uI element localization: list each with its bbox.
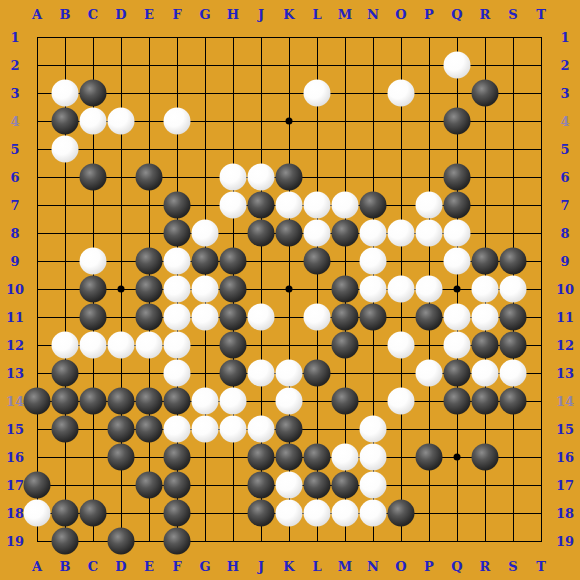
coord-label-top-L: L (312, 7, 321, 22)
coord-label-top-T: T (536, 7, 546, 22)
star-point-D10 (118, 286, 125, 293)
stone-white-P13[interactable] (416, 360, 443, 387)
stone-white-M18[interactable] (332, 500, 359, 527)
stone-white-D4[interactable] (108, 108, 135, 135)
coord-label-bottom-E: E (144, 559, 154, 574)
stone-black-E14[interactable] (136, 388, 163, 415)
coord-label-right-10: 10 (556, 282, 574, 297)
stone-black-D16[interactable] (108, 444, 135, 471)
stone-black-E10[interactable] (136, 276, 163, 303)
stone-white-G8[interactable] (192, 220, 219, 247)
coord-label-bottom-N: N (367, 559, 379, 574)
coord-label-left-9: 9 (10, 254, 19, 269)
stone-white-F10[interactable] (164, 276, 191, 303)
coord-label-top-O: O (395, 7, 406, 22)
stone-black-C18[interactable] (80, 500, 107, 527)
coord-label-left-13: 13 (6, 366, 24, 381)
stone-black-F7[interactable] (164, 192, 191, 219)
stone-black-B13[interactable] (52, 360, 79, 387)
coord-label-bottom-D: D (115, 559, 126, 574)
stone-black-F18[interactable] (164, 500, 191, 527)
coord-label-right-11: 11 (556, 310, 574, 325)
stone-black-D14[interactable] (108, 388, 135, 415)
stone-white-O8[interactable] (388, 220, 415, 247)
coord-label-bottom-S: S (508, 559, 517, 574)
stone-white-B5[interactable] (52, 136, 79, 163)
stone-black-F8[interactable] (164, 220, 191, 247)
stone-white-L3[interactable] (304, 80, 331, 107)
stone-white-N15[interactable] (360, 416, 387, 443)
coord-label-left-4: 4 (10, 114, 19, 129)
stone-black-L9[interactable] (304, 248, 331, 275)
coord-label-right-5: 5 (560, 142, 569, 157)
stone-black-R16[interactable] (472, 444, 499, 471)
stone-black-C10[interactable] (80, 276, 107, 303)
coord-label-left-15: 15 (6, 422, 24, 437)
coord-label-bottom-R: R (480, 559, 491, 574)
stone-black-F19[interactable] (164, 528, 191, 555)
stone-black-A17[interactable] (24, 472, 51, 499)
stone-white-F11[interactable] (164, 304, 191, 331)
stone-black-C11[interactable] (80, 304, 107, 331)
stone-black-H9[interactable] (220, 248, 247, 275)
coord-label-left-5: 5 (10, 142, 19, 157)
stone-white-Q2[interactable] (444, 52, 471, 79)
coord-label-left-3: 3 (10, 86, 19, 101)
coord-label-right-3: 3 (560, 86, 569, 101)
coord-label-bottom-O: O (395, 559, 406, 574)
stone-black-H13[interactable] (220, 360, 247, 387)
stone-black-M11[interactable] (332, 304, 359, 331)
stone-black-M12[interactable] (332, 332, 359, 359)
stone-white-K13[interactable] (276, 360, 303, 387)
stone-white-E12[interactable] (136, 332, 163, 359)
coord-label-bottom-B: B (60, 559, 71, 574)
coord-label-bottom-F: F (172, 559, 181, 574)
go-board[interactable]: AABBCCDDEEFFGGHHJJKKLLMMNNOOPPQQRRSSTT11… (0, 0, 580, 580)
stone-white-N10[interactable] (360, 276, 387, 303)
stone-white-L18[interactable] (304, 500, 331, 527)
stone-white-N16[interactable] (360, 444, 387, 471)
stone-black-B4[interactable] (52, 108, 79, 135)
coord-label-left-11: 11 (6, 310, 24, 325)
stone-black-Q13[interactable] (444, 360, 471, 387)
coord-label-right-18: 18 (556, 506, 574, 521)
stone-white-R13[interactable] (472, 360, 499, 387)
coord-label-left-2: 2 (10, 58, 19, 73)
stone-white-F4[interactable] (164, 108, 191, 135)
go-board-page: AABBCCDDEEFFGGHHJJKKLLMMNNOOPPQQRRSSTT11… (0, 0, 580, 580)
stone-black-L16[interactable] (304, 444, 331, 471)
stone-black-B14[interactable] (52, 388, 79, 415)
stone-white-B3[interactable] (52, 80, 79, 107)
coord-label-left-6: 6 (10, 170, 19, 185)
stone-black-L13[interactable] (304, 360, 331, 387)
coord-label-top-Q: Q (451, 7, 462, 22)
coord-label-bottom-H: H (227, 559, 239, 574)
coord-label-bottom-C: C (88, 559, 98, 574)
stone-white-K14[interactable] (276, 388, 303, 415)
stone-black-S9[interactable] (500, 248, 527, 275)
stone-white-Q8[interactable] (444, 220, 471, 247)
stone-black-E9[interactable] (136, 248, 163, 275)
star-point-Q10 (454, 286, 461, 293)
stone-black-K6[interactable] (276, 164, 303, 191)
stone-white-P8[interactable] (416, 220, 443, 247)
stone-white-R10[interactable] (472, 276, 499, 303)
stone-white-G11[interactable] (192, 304, 219, 331)
stone-white-M16[interactable] (332, 444, 359, 471)
stone-black-M14[interactable] (332, 388, 359, 415)
stone-black-K16[interactable] (276, 444, 303, 471)
coord-label-top-C: C (88, 7, 98, 22)
coord-label-top-K: K (283, 7, 294, 22)
star-point-Q16 (454, 454, 461, 461)
stone-black-B15[interactable] (52, 416, 79, 443)
stone-white-L7[interactable] (304, 192, 331, 219)
stone-black-F16[interactable] (164, 444, 191, 471)
coord-label-left-12: 12 (6, 338, 24, 353)
stone-black-D15[interactable] (108, 416, 135, 443)
stone-black-N7[interactable] (360, 192, 387, 219)
coord-label-bottom-P: P (424, 559, 434, 574)
stone-white-C9[interactable] (80, 248, 107, 275)
coord-label-top-J: J (258, 7, 264, 22)
stone-white-H7[interactable] (220, 192, 247, 219)
stone-black-H10[interactable] (220, 276, 247, 303)
stone-black-Q6[interactable] (444, 164, 471, 191)
stone-white-R11[interactable] (472, 304, 499, 331)
stone-black-C3[interactable] (80, 80, 107, 107)
coord-label-left-7: 7 (10, 198, 19, 213)
coord-label-top-R: R (480, 7, 491, 22)
stone-white-H6[interactable] (220, 164, 247, 191)
stone-black-F17[interactable] (164, 472, 191, 499)
stone-black-E17[interactable] (136, 472, 163, 499)
stone-white-N8[interactable] (360, 220, 387, 247)
stone-white-N9[interactable] (360, 248, 387, 275)
stone-white-G15[interactable] (192, 416, 219, 443)
stone-black-B19[interactable] (52, 528, 79, 555)
star-point-K10 (286, 286, 293, 293)
coord-label-left-8: 8 (10, 226, 19, 241)
coord-label-top-E: E (144, 7, 154, 22)
coord-label-right-7: 7 (560, 198, 569, 213)
coord-label-top-N: N (367, 7, 379, 22)
stone-black-J7[interactable] (248, 192, 275, 219)
coord-label-right-19: 19 (556, 534, 574, 549)
coord-label-right-17: 17 (556, 478, 574, 493)
stone-black-H12[interactable] (220, 332, 247, 359)
coord-label-top-S: S (508, 7, 517, 22)
stone-black-C6[interactable] (80, 164, 107, 191)
coord-label-bottom-M: M (338, 559, 352, 574)
stone-black-M10[interactable] (332, 276, 359, 303)
stone-black-Q14[interactable] (444, 388, 471, 415)
stone-black-E6[interactable] (136, 164, 163, 191)
stone-black-R9[interactable] (472, 248, 499, 275)
coord-label-top-F: F (172, 7, 181, 22)
stone-white-D12[interactable] (108, 332, 135, 359)
coord-label-bottom-Q: Q (451, 559, 462, 574)
stone-white-A18[interactable] (24, 500, 51, 527)
stone-black-R3[interactable] (472, 80, 499, 107)
stone-white-G14[interactable] (192, 388, 219, 415)
stone-black-D19[interactable] (108, 528, 135, 555)
stone-black-A14[interactable] (24, 388, 51, 415)
coord-label-right-1: 1 (560, 30, 569, 45)
stone-white-K7[interactable] (276, 192, 303, 219)
coord-label-left-10: 10 (6, 282, 24, 297)
stone-white-Q11[interactable] (444, 304, 471, 331)
stone-white-J15[interactable] (248, 416, 275, 443)
stone-white-P10[interactable] (416, 276, 443, 303)
coord-label-bottom-T: T (536, 559, 546, 574)
stone-white-S10[interactable] (500, 276, 527, 303)
stone-white-B12[interactable] (52, 332, 79, 359)
stone-black-J16[interactable] (248, 444, 275, 471)
coord-label-top-A: A (32, 7, 42, 22)
stone-white-K17[interactable] (276, 472, 303, 499)
coord-label-right-6: 6 (560, 170, 569, 185)
coord-label-left-18: 18 (6, 506, 24, 521)
coord-label-left-14: 14 (6, 394, 24, 409)
stone-white-O14[interactable] (388, 388, 415, 415)
coord-label-left-17: 17 (6, 478, 24, 493)
stone-black-F14[interactable] (164, 388, 191, 415)
coord-label-top-B: B (60, 7, 71, 22)
stone-black-K15[interactable] (276, 416, 303, 443)
stone-black-Q4[interactable] (444, 108, 471, 135)
stone-white-O3[interactable] (388, 80, 415, 107)
coord-label-top-M: M (338, 7, 352, 22)
stone-black-E11[interactable] (136, 304, 163, 331)
stone-white-F9[interactable] (164, 248, 191, 275)
stone-white-S13[interactable] (500, 360, 527, 387)
coord-label-right-13: 13 (556, 366, 574, 381)
coord-label-bottom-G: G (199, 559, 210, 574)
stone-white-Q9[interactable] (444, 248, 471, 275)
stone-black-R12[interactable] (472, 332, 499, 359)
stone-black-Q7[interactable] (444, 192, 471, 219)
coord-label-bottom-J: J (258, 559, 264, 574)
stone-black-S12[interactable] (500, 332, 527, 359)
stone-black-J17[interactable] (248, 472, 275, 499)
stone-black-G9[interactable] (192, 248, 219, 275)
stone-white-C4[interactable] (80, 108, 107, 135)
stone-black-O18[interactable] (388, 500, 415, 527)
stone-black-M17[interactable] (332, 472, 359, 499)
stone-black-S14[interactable] (500, 388, 527, 415)
coord-label-right-15: 15 (556, 422, 574, 437)
stone-black-P16[interactable] (416, 444, 443, 471)
grid-line-vertical (541, 37, 542, 542)
stone-white-Q12[interactable] (444, 332, 471, 359)
coord-label-bottom-K: K (283, 559, 294, 574)
stone-black-L17[interactable] (304, 472, 331, 499)
coord-label-right-14: 14 (556, 394, 574, 409)
stone-white-M7[interactable] (332, 192, 359, 219)
coord-label-bottom-A: A (32, 559, 42, 574)
stone-white-N17[interactable] (360, 472, 387, 499)
stone-black-N11[interactable] (360, 304, 387, 331)
coord-label-right-9: 9 (560, 254, 569, 269)
stone-white-H15[interactable] (220, 416, 247, 443)
stone-white-H14[interactable] (220, 388, 247, 415)
coord-label-top-P: P (424, 7, 434, 22)
coord-label-right-2: 2 (560, 58, 569, 73)
stone-white-N18[interactable] (360, 500, 387, 527)
coord-label-right-8: 8 (560, 226, 569, 241)
stone-white-P7[interactable] (416, 192, 443, 219)
stone-black-P11[interactable] (416, 304, 443, 331)
stone-black-J18[interactable] (248, 500, 275, 527)
star-point-K4 (286, 118, 293, 125)
coord-label-left-19: 19 (6, 534, 24, 549)
stone-black-B18[interactable] (52, 500, 79, 527)
stone-black-R14[interactable] (472, 388, 499, 415)
coord-label-top-D: D (115, 7, 126, 22)
coord-label-right-12: 12 (556, 338, 574, 353)
stone-white-L11[interactable] (304, 304, 331, 331)
stone-black-J8[interactable] (248, 220, 275, 247)
stone-white-F12[interactable] (164, 332, 191, 359)
stone-black-H11[interactable] (220, 304, 247, 331)
coord-label-right-4: 4 (560, 114, 569, 129)
coord-label-right-16: 16 (556, 450, 574, 465)
stone-white-F13[interactable] (164, 360, 191, 387)
stone-white-C12[interactable] (80, 332, 107, 359)
stone-black-M8[interactable] (332, 220, 359, 247)
coord-label-left-16: 16 (6, 450, 24, 465)
coord-label-left-1: 1 (10, 30, 19, 45)
coord-label-top-H: H (227, 7, 239, 22)
coord-label-top-G: G (199, 7, 210, 22)
stone-white-K18[interactable] (276, 500, 303, 527)
stone-white-O12[interactable] (388, 332, 415, 359)
coord-label-bottom-L: L (312, 559, 321, 574)
stone-white-J11[interactable] (248, 304, 275, 331)
stone-black-C14[interactable] (80, 388, 107, 415)
stone-white-J6[interactable] (248, 164, 275, 191)
stone-black-S11[interactable] (500, 304, 527, 331)
stone-black-E15[interactable] (136, 416, 163, 443)
stone-white-F15[interactable] (164, 416, 191, 443)
stone-white-J13[interactable] (248, 360, 275, 387)
stone-white-L8[interactable] (304, 220, 331, 247)
stone-white-O10[interactable] (388, 276, 415, 303)
stone-black-K8[interactable] (276, 220, 303, 247)
stone-white-G10[interactable] (192, 276, 219, 303)
